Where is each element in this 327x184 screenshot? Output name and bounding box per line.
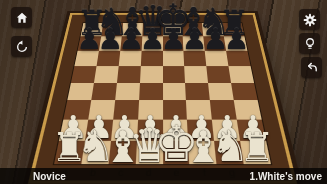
status-bar: Novice 1.White's move xyxy=(0,168,327,184)
home-icon xyxy=(15,11,29,25)
square-d5[interactable] xyxy=(140,66,163,83)
square-h5[interactable] xyxy=(229,66,254,83)
restart-button[interactable] xyxy=(11,36,32,57)
square-g4[interactable] xyxy=(208,83,234,101)
square-e4[interactable] xyxy=(163,83,187,101)
hint-button[interactable] xyxy=(299,33,320,54)
square-g5[interactable] xyxy=(207,66,232,83)
chess-app-screen: abcdefgh ♜♞♝♛♚♝♞♜♟♟♟♟♟♟♟♟♟♟♟♟♟♟♟♟♜♞♝♛♚♝♞… xyxy=(0,0,327,184)
square-e5[interactable] xyxy=(163,66,186,83)
lightbulb-icon xyxy=(303,37,317,51)
settings-button[interactable] xyxy=(299,9,320,30)
square-a4[interactable] xyxy=(67,83,94,101)
home-button[interactable] xyxy=(11,7,32,28)
gear-icon xyxy=(303,13,317,27)
move-indicator: 1.White's move xyxy=(250,171,322,182)
piece-black-p-h7[interactable]: ♟ xyxy=(222,25,251,54)
piece-white-r-h1[interactable]: ♜ xyxy=(237,128,277,168)
square-b5[interactable] xyxy=(94,66,119,83)
square-d4[interactable] xyxy=(139,83,163,101)
undo-arrow-icon xyxy=(305,61,319,75)
square-a5[interactable] xyxy=(71,66,96,83)
rotate-ccw-icon xyxy=(15,40,29,54)
square-c5[interactable] xyxy=(117,66,141,83)
square-f5[interactable] xyxy=(185,66,209,83)
square-c4[interactable] xyxy=(115,83,140,101)
difficulty-label: Novice xyxy=(33,171,66,182)
square-f4[interactable] xyxy=(185,83,210,101)
square-b4[interactable] xyxy=(91,83,117,101)
square-h4[interactable] xyxy=(231,83,258,101)
undo-button[interactable] xyxy=(301,57,322,78)
